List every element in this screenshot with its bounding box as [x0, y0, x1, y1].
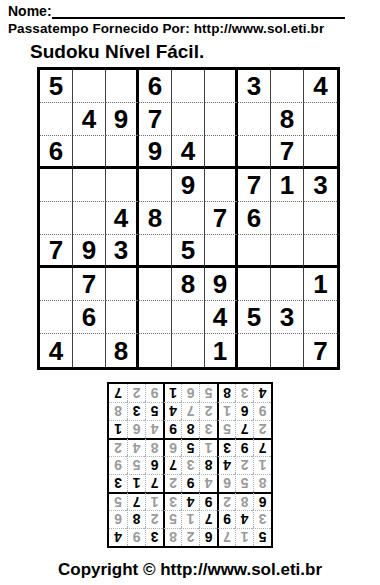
- puzzle-cell-r3c6: [205, 136, 238, 169]
- puzzle-cell-r2c4: 7: [139, 103, 172, 136]
- solution-cell-r9c8: 2: [127, 384, 145, 402]
- puzzle-cell-r5c5: [172, 202, 205, 235]
- puzzle-cell-r9c9: 7: [304, 334, 337, 367]
- puzzle-cell-r6c8: [271, 235, 304, 268]
- puzzle-cell-r3c2: [73, 136, 106, 169]
- puzzle-cell-r7c8: [271, 268, 304, 301]
- solution-cell-r5c5: 3: [181, 456, 199, 474]
- puzzle-cell-r9c3: 8: [106, 334, 139, 367]
- solution-cell-r2c2: 4: [235, 510, 253, 528]
- solution-cell-r1c8: 9: [127, 528, 145, 546]
- puzzle-cell-r6c7: [238, 235, 271, 268]
- puzzle-cell-r8c3: [106, 301, 139, 334]
- copyright-text: Copyright © http://www.sol.eti.br: [0, 560, 380, 580]
- solution-cell-r5c6: 7: [163, 456, 181, 474]
- puzzle-cell-r1c2: [73, 70, 106, 103]
- sudoku-puzzle-grid: 563449786947971348767935789164534817: [37, 67, 340, 370]
- solution-cell-r4c8: 1: [127, 474, 145, 492]
- solution-cell-r3c4: 9: [199, 492, 217, 510]
- puzzle-cell-r4c5: 9: [172, 169, 205, 202]
- solution-cell-r2c3: 9: [217, 510, 235, 528]
- solution-cell-r2c8: 8: [127, 510, 145, 528]
- solution-cell-r8c3: 1: [217, 402, 235, 420]
- solution-cell-r6c6: 6: [163, 438, 181, 456]
- sudoku-worksheet-page: Nome: Passatempo Fornecido Por: http://w…: [0, 3, 380, 585]
- page-title: Sudoku Nível Fácil.: [30, 41, 380, 63]
- solution-cell-r7c5: 8: [181, 420, 199, 438]
- name-label: Nome:: [8, 3, 52, 19]
- puzzle-cell-r8c8: 3: [271, 301, 304, 334]
- puzzle-cell-r6c4: [139, 235, 172, 268]
- solution-cell-r1c5: 2: [181, 528, 199, 546]
- name-fill-in-line: [52, 3, 345, 19]
- solution-cell-r3c5: 4: [181, 492, 199, 510]
- puzzle-cell-r2c5: [172, 103, 205, 136]
- puzzle-cell-r1c7: 3: [238, 70, 271, 103]
- solution-cell-r3c8: 7: [127, 492, 145, 510]
- solution-cell-r5c8: 5: [127, 456, 145, 474]
- solution-cell-r9c9: 7: [109, 384, 127, 402]
- solution-cell-r9c6: 1: [163, 384, 181, 402]
- solution-cell-r7c7: 4: [145, 420, 163, 438]
- solution-cell-r6c2: 9: [235, 438, 253, 456]
- puzzle-cell-r8c2: 6: [73, 301, 106, 334]
- puzzle-cell-r7c1: [40, 268, 73, 301]
- solution-cell-r1c3: 7: [217, 528, 235, 546]
- solution-cell-r5c4: 8: [199, 456, 217, 474]
- solution-cell-r6c3: 3: [217, 438, 235, 456]
- solution-cell-r2c9: 6: [109, 510, 127, 528]
- puzzle-cell-r8c7: 5: [238, 301, 271, 334]
- solution-cell-r6c4: 1: [199, 438, 217, 456]
- solution-cell-r6c1: 7: [253, 438, 271, 456]
- solution-cell-r5c9: 9: [109, 456, 127, 474]
- puzzle-cell-r8c5: [172, 301, 205, 334]
- puzzle-cell-r1c1: 5: [40, 70, 73, 103]
- puzzle-cell-r8c9: [304, 301, 337, 334]
- solution-cell-r4c7: 7: [145, 474, 163, 492]
- solution-cell-r9c4: 5: [199, 384, 217, 402]
- puzzle-cell-r7c6: 9: [205, 268, 238, 301]
- puzzle-cell-r8c1: [40, 301, 73, 334]
- sudoku-solution-grid-rotated: 5176283943497152866829431758564927131248…: [107, 382, 273, 548]
- solution-cell-r5c2: 2: [235, 456, 253, 474]
- solution-cell-r2c7: 2: [145, 510, 163, 528]
- puzzle-cell-r5c9: [304, 202, 337, 235]
- puzzle-cell-r3c5: 4: [172, 136, 205, 169]
- solution-cell-r1c6: 8: [163, 528, 181, 546]
- solution-cell-r3c7: 1: [145, 492, 163, 510]
- puzzle-cell-r7c2: 7: [73, 268, 106, 301]
- puzzle-cell-r4c2: [73, 169, 106, 202]
- solution-cell-r2c1: 3: [253, 510, 271, 528]
- solution-cell-r6c9: 2: [109, 438, 127, 456]
- puzzle-cell-r8c6: 4: [205, 301, 238, 334]
- puzzle-cell-r6c6: [205, 235, 238, 268]
- solution-cell-r1c2: 1: [235, 528, 253, 546]
- puzzle-cell-r5c7: 6: [238, 202, 271, 235]
- puzzle-cell-r7c7: [238, 268, 271, 301]
- solution-cell-r9c7: 9: [145, 384, 163, 402]
- solution-cell-r3c6: 3: [163, 492, 181, 510]
- solution-cell-r1c9: 4: [109, 528, 127, 546]
- solution-cell-r3c3: 2: [217, 492, 235, 510]
- puzzle-cell-r5c2: [73, 202, 106, 235]
- puzzle-cell-r6c5: 5: [172, 235, 205, 268]
- puzzle-cell-r2c3: 9: [106, 103, 139, 136]
- solution-cell-r2c4: 7: [199, 510, 217, 528]
- puzzle-cell-r1c9: 4: [304, 70, 337, 103]
- solution-cell-r8c1: 9: [253, 402, 271, 420]
- solution-cell-r5c7: 6: [145, 456, 163, 474]
- puzzle-cell-r4c1: [40, 169, 73, 202]
- solution-cell-r8c7: 5: [145, 402, 163, 420]
- puzzle-cell-r3c3: [106, 136, 139, 169]
- solution-cell-r3c1: 6: [253, 492, 271, 510]
- solution-cell-r4c3: 6: [217, 474, 235, 492]
- puzzle-cell-r4c9: 3: [304, 169, 337, 202]
- solution-cell-r5c3: 4: [217, 456, 235, 474]
- solution-cell-r1c7: 3: [145, 528, 163, 546]
- puzzle-cell-r7c5: 8: [172, 268, 205, 301]
- solution-cell-r4c4: 4: [199, 474, 217, 492]
- solution-cell-r7c6: 9: [163, 420, 181, 438]
- solution-cell-r2c6: 5: [163, 510, 181, 528]
- puzzle-cell-r5c1: [40, 202, 73, 235]
- puzzle-cell-r1c6: [205, 70, 238, 103]
- solution-cell-r1c4: 6: [199, 528, 217, 546]
- puzzle-cell-r3c8: 7: [271, 136, 304, 169]
- puzzle-cell-r3c9: [304, 136, 337, 169]
- solution-cell-r2c5: 1: [181, 510, 199, 528]
- puzzle-cell-r7c3: [106, 268, 139, 301]
- puzzle-cell-r4c7: 7: [238, 169, 271, 202]
- puzzle-cell-r4c8: 1: [271, 169, 304, 202]
- solution-cell-r3c9: 5: [109, 492, 127, 510]
- puzzle-cell-r5c3: 4: [106, 202, 139, 235]
- puzzle-cell-r9c1: 4: [40, 334, 73, 367]
- puzzle-cell-r7c9: 1: [304, 268, 337, 301]
- puzzle-cell-r2c1: [40, 103, 73, 136]
- puzzle-cell-r9c2: [73, 334, 106, 367]
- solution-cell-r6c8: 4: [127, 438, 145, 456]
- puzzle-cell-r6c3: 3: [106, 235, 139, 268]
- solution-cell-r4c9: 3: [109, 474, 127, 492]
- puzzle-cell-r4c3: [106, 169, 139, 202]
- puzzle-cell-r2c2: 4: [73, 103, 106, 136]
- solution-cell-r7c4: 3: [199, 420, 217, 438]
- solution-cell-r7c3: 5: [217, 420, 235, 438]
- puzzle-cell-r3c7: [238, 136, 271, 169]
- puzzle-cell-r5c4: 8: [139, 202, 172, 235]
- puzzle-cell-r2c8: 8: [271, 103, 304, 136]
- solution-cell-r6c5: 5: [181, 438, 199, 456]
- puzzle-cell-r1c8: [271, 70, 304, 103]
- puzzle-cell-r9c7: [238, 334, 271, 367]
- solution-cell-r4c6: 2: [163, 474, 181, 492]
- solution-cell-r7c1: 2: [253, 420, 271, 438]
- puzzle-cell-r5c6: 7: [205, 202, 238, 235]
- puzzle-cell-r3c1: 6: [40, 136, 73, 169]
- puzzle-cell-r6c2: 9: [73, 235, 106, 268]
- solution-cell-r8c9: 8: [109, 402, 127, 420]
- solution-cell-r4c5: 9: [181, 474, 199, 492]
- puzzle-cell-r2c7: [238, 103, 271, 136]
- solution-cell-r3c2: 8: [235, 492, 253, 510]
- solution-cell-r9c1: 4: [253, 384, 271, 402]
- puzzle-cell-r6c9: [304, 235, 337, 268]
- puzzle-cell-r9c4: [139, 334, 172, 367]
- puzzle-cell-r9c8: [271, 334, 304, 367]
- puzzle-cell-r4c6: [205, 169, 238, 202]
- solution-cell-r8c8: 3: [127, 402, 145, 420]
- solution-cell-r8c4: 2: [199, 402, 217, 420]
- puzzle-cell-r2c9: [304, 103, 337, 136]
- puzzle-cell-r3c4: 9: [139, 136, 172, 169]
- puzzle-cell-r7c4: [139, 268, 172, 301]
- puzzle-cell-r9c6: 1: [205, 334, 238, 367]
- solution-cell-r9c2: 3: [235, 384, 253, 402]
- puzzle-cell-r8c4: [139, 301, 172, 334]
- solution-cell-r6c7: 8: [145, 438, 163, 456]
- solution-cell-r9c3: 8: [217, 384, 235, 402]
- solution-cell-r8c5: 7: [181, 402, 199, 420]
- solution-cell-r7c9: 1: [109, 420, 127, 438]
- puzzle-cell-r1c3: [106, 70, 139, 103]
- solution-cell-r9c5: 6: [181, 384, 199, 402]
- solution-cell-r7c8: 6: [127, 420, 145, 438]
- provided-by-text: Passatempo Fornecido Por: http://www.sol…: [8, 21, 380, 37]
- solution-cell-r8c2: 6: [235, 402, 253, 420]
- puzzle-cell-r2c6: [205, 103, 238, 136]
- puzzle-cell-r1c4: 6: [139, 70, 172, 103]
- solution-cell-r8c6: 4: [163, 402, 181, 420]
- name-row: Nome:: [8, 3, 380, 19]
- puzzle-cell-r1c5: [172, 70, 205, 103]
- puzzle-cell-r9c5: [172, 334, 205, 367]
- puzzle-cell-r4c4: [139, 169, 172, 202]
- solution-cell-r4c1: 8: [253, 474, 271, 492]
- solution-cell-r5c1: 1: [253, 456, 271, 474]
- solution-cell-r1c1: 5: [253, 528, 271, 546]
- solution-cell-r7c2: 7: [235, 420, 253, 438]
- solution-cell-r4c2: 5: [235, 474, 253, 492]
- puzzle-cell-r6c1: 7: [40, 235, 73, 268]
- puzzle-cell-r5c8: [271, 202, 304, 235]
